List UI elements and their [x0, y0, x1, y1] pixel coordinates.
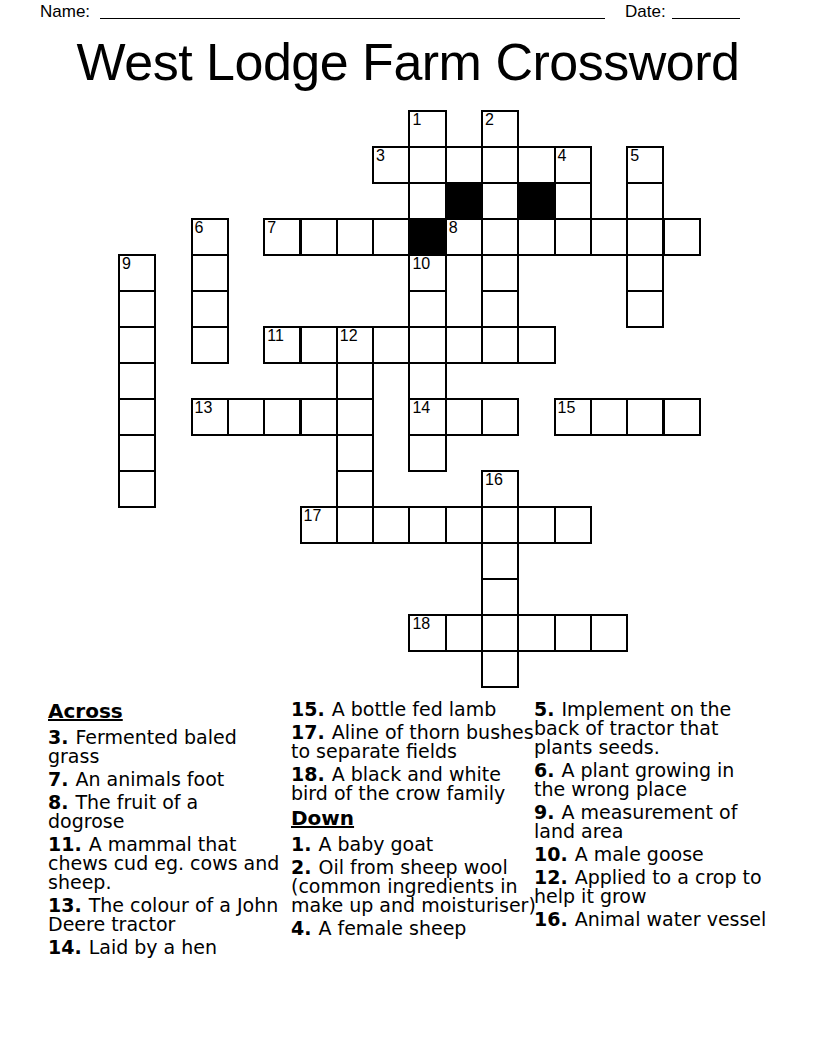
white-cell[interactable]: 16	[481, 470, 519, 508]
white-cell[interactable]	[517, 146, 555, 184]
white-cell[interactable]	[372, 218, 410, 256]
cell-number: 7	[267, 220, 276, 236]
white-cell[interactable]	[590, 398, 628, 436]
clue-text: A mammal that chews cud eg. cows and she…	[48, 833, 279, 893]
white-cell[interactable]	[481, 254, 519, 292]
cell-number: 13	[195, 400, 213, 416]
white-cell[interactable]: 3	[372, 146, 410, 184]
white-cell[interactable]	[408, 182, 446, 220]
clue-across-14: 14.Laid by a hen	[48, 938, 279, 957]
white-cell[interactable]	[626, 254, 664, 292]
clue-text: The fruit of a dogrose	[48, 791, 198, 832]
worksheet-page: Name: Date: West Lodge Farm Crossword 12…	[0, 0, 816, 1056]
white-cell[interactable]: 2	[481, 110, 519, 148]
clue-text: Applied to a crop to help it grow	[534, 866, 762, 907]
white-cell[interactable]	[481, 614, 519, 652]
white-cell[interactable]	[626, 182, 664, 220]
clue-text: Implement on the back of tractor that pl…	[534, 698, 731, 758]
white-cell[interactable]	[626, 398, 664, 436]
white-cell[interactable]	[445, 398, 483, 436]
white-cell[interactable]	[554, 506, 592, 544]
cell-number: 15	[558, 400, 576, 416]
date-blank-line[interactable]	[672, 2, 740, 19]
clue-number: 14.	[48, 936, 82, 958]
clue-down-10: 10.A male goose	[534, 845, 766, 864]
clue-text: Fermented baled grass	[48, 726, 237, 767]
clue-text: Animal water vessel	[575, 908, 767, 930]
white-cell[interactable]	[336, 506, 374, 544]
white-cell[interactable]	[118, 434, 156, 472]
white-cell[interactable]: 10	[408, 254, 446, 292]
white-cell[interactable]	[336, 362, 374, 400]
white-cell[interactable]	[372, 506, 410, 544]
white-cell[interactable]	[626, 218, 664, 256]
clue-across-17: 17.Aline of thorn bushes to separate fie…	[291, 723, 536, 761]
white-cell[interactable]	[445, 146, 483, 184]
clue-down-5: 5.Implement on the back of tractor that …	[534, 700, 766, 757]
clue-text: Aline of thorn bushes to separate fields	[291, 721, 534, 762]
white-cell[interactable]: 4	[554, 146, 592, 184]
white-cell[interactable]	[263, 398, 301, 436]
white-cell[interactable]	[118, 470, 156, 508]
white-cell[interactable]	[481, 650, 519, 688]
clue-text: A measurement of land area	[534, 801, 737, 842]
white-cell[interactable]	[481, 146, 519, 184]
white-cell[interactable]	[445, 326, 483, 364]
clue-down-2: 2.Oil from sheep wool (common ingredient…	[291, 858, 536, 915]
clue-across-13: 13.The colour of a John Deere tractor	[48, 896, 279, 934]
white-cell[interactable]	[481, 506, 519, 544]
clue-number: 16.	[534, 908, 568, 930]
white-cell[interactable]	[191, 254, 229, 292]
white-cell[interactable]	[517, 326, 555, 364]
cell-number: 10	[412, 256, 430, 272]
clue-across-3: 3.Fermented baled grass	[48, 728, 279, 766]
clue-down-1: 1.A baby goat	[291, 835, 536, 854]
white-cell[interactable]	[118, 326, 156, 364]
clue-text: Oil from sheep wool (common ingredients …	[291, 856, 536, 916]
cell-number: 3	[376, 148, 385, 164]
black-cell	[408, 218, 446, 256]
clue-text: A bottle fed lamb	[332, 698, 497, 720]
white-cell[interactable]	[336, 398, 374, 436]
white-cell[interactable]	[517, 218, 555, 256]
white-cell[interactable]	[481, 326, 519, 364]
white-cell[interactable]: 15	[554, 398, 592, 436]
white-cell[interactable]	[481, 578, 519, 616]
cell-number: 5	[630, 148, 639, 164]
white-cell[interactable]: 9	[118, 254, 156, 292]
clue-across-18: 18.A black and white bird of the crow fa…	[291, 765, 536, 803]
cell-number: 2	[485, 112, 494, 128]
white-cell[interactable]	[408, 362, 446, 400]
white-cell[interactable]	[336, 434, 374, 472]
clue-down-6: 6.A plant growing in the wrong place	[534, 761, 766, 799]
clue-number: 1.	[291, 833, 311, 855]
white-cell[interactable]	[300, 218, 338, 256]
white-cell[interactable]: 12	[336, 326, 374, 364]
white-cell[interactable]	[663, 398, 701, 436]
white-cell[interactable]: 18	[408, 614, 446, 652]
clue-text: Laid by a hen	[89, 936, 217, 958]
cell-number: 1	[412, 112, 421, 128]
white-cell[interactable]	[372, 326, 410, 364]
clue-text: A female sheep	[318, 917, 466, 939]
name-blank-line[interactable]	[100, 2, 605, 19]
white-cell[interactable]	[554, 182, 592, 220]
white-cell[interactable]	[554, 614, 592, 652]
cell-number: 18	[412, 616, 430, 632]
clue-text: A baby goat	[318, 833, 433, 855]
cell-number: 16	[485, 472, 503, 488]
white-cell[interactable]	[191, 326, 229, 364]
white-cell[interactable]	[481, 218, 519, 256]
white-cell[interactable]	[554, 218, 592, 256]
white-cell[interactable]	[191, 290, 229, 328]
cell-number: 17	[304, 508, 322, 524]
crossword-grid: 123456789101112131415161718	[118, 110, 703, 689]
clue-across-11: 11.A mammal that chews cud eg. cows and …	[48, 835, 279, 892]
clue-number: 4.	[291, 917, 311, 939]
clue-text: A plant growing in the wrong place	[534, 759, 734, 800]
white-cell[interactable]	[663, 218, 701, 256]
clue-number: 7.	[48, 768, 68, 790]
white-cell[interactable]	[590, 218, 628, 256]
white-cell[interactable]: 14	[408, 398, 446, 436]
white-cell[interactable]	[408, 290, 446, 328]
white-cell[interactable]	[481, 182, 519, 220]
white-cell[interactable]	[445, 614, 483, 652]
clue-column-1: Across3.Fermented baled grass7.An animal…	[48, 700, 279, 961]
white-cell[interactable]	[300, 398, 338, 436]
clue-text: An animals foot	[75, 768, 224, 790]
white-cell[interactable]	[445, 506, 483, 544]
clue-down-16: 16.Animal water vessel	[534, 910, 766, 929]
clue-column-2: 15.A bottle fed lamb17.Aline of thorn bu…	[291, 700, 536, 942]
white-cell[interactable]	[118, 290, 156, 328]
white-cell[interactable]: 8	[445, 218, 483, 256]
white-cell[interactable]: 13	[191, 398, 229, 436]
page-title: West Lodge Farm Crossword	[0, 33, 816, 91]
clue-across-15: 15.A bottle fed lamb	[291, 700, 536, 719]
white-cell[interactable]	[517, 614, 555, 652]
clue-across-8: 8.The fruit of a dogrose	[48, 793, 279, 831]
white-cell[interactable]	[336, 218, 374, 256]
cell-number: 4	[558, 148, 567, 164]
white-cell[interactable]	[408, 434, 446, 472]
clue-column-3: 5.Implement on the back of tractor that …	[534, 700, 766, 933]
clue-text: A male goose	[575, 843, 704, 865]
name-label: Name:	[40, 2, 90, 22]
white-cell[interactable]	[408, 326, 446, 364]
clue-text: The colour of a John Deere tractor	[48, 894, 278, 935]
white-cell[interactable]	[590, 614, 628, 652]
white-cell[interactable]: 11	[263, 326, 301, 364]
cell-number: 9	[122, 256, 131, 272]
white-cell[interactable]	[118, 398, 156, 436]
clue-down-12: 12.Applied to a crop to help it grow	[534, 868, 766, 906]
cell-number: 6	[195, 220, 204, 236]
black-cell	[445, 182, 483, 220]
date-label: Date:	[625, 2, 666, 22]
white-cell[interactable]	[336, 470, 374, 508]
white-cell[interactable]	[626, 290, 664, 328]
white-cell[interactable]	[517, 506, 555, 544]
white-cell[interactable]	[481, 542, 519, 580]
white-cell[interactable]: 17	[300, 506, 338, 544]
white-cell[interactable]: 6	[191, 218, 229, 256]
white-cell[interactable]	[481, 290, 519, 328]
down-heading: Down	[291, 807, 536, 829]
white-cell[interactable]	[408, 506, 446, 544]
clue-down-9: 9.A measurement of land area	[534, 803, 766, 841]
clue-down-4: 4.A female sheep	[291, 919, 536, 938]
across-heading: Across	[48, 700, 279, 722]
cell-number: 12	[340, 328, 358, 344]
clue-number: 15.	[291, 698, 325, 720]
white-cell[interactable]	[408, 146, 446, 184]
white-cell[interactable]	[300, 326, 338, 364]
white-cell[interactable]: 7	[263, 218, 301, 256]
white-cell[interactable]: 5	[626, 146, 664, 184]
cell-number: 14	[412, 400, 430, 416]
cell-number: 8	[449, 220, 458, 236]
clue-across-7: 7.An animals foot	[48, 770, 279, 789]
white-cell[interactable]: 1	[408, 110, 446, 148]
white-cell[interactable]	[481, 398, 519, 436]
white-cell[interactable]	[227, 398, 265, 436]
cell-number: 11	[267, 328, 284, 344]
white-cell[interactable]	[118, 362, 156, 400]
black-cell	[517, 182, 555, 220]
clue-number: 10.	[534, 843, 568, 865]
